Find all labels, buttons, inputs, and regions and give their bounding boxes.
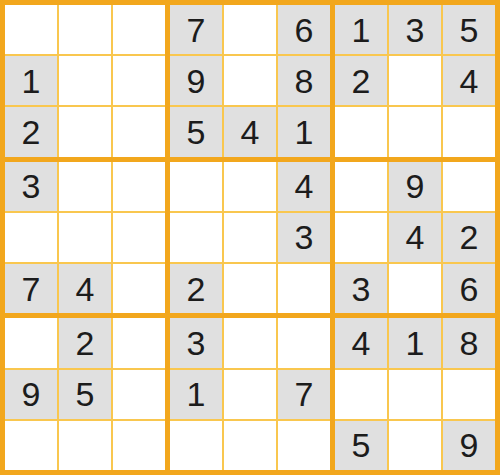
cell-r8c3[interactable] xyxy=(113,370,165,419)
cell-r4c2[interactable] xyxy=(59,162,111,211)
cell-r9c9: 9 xyxy=(443,421,495,470)
cell-r4c6: 4 xyxy=(278,162,330,211)
cell-r2c6: 8 xyxy=(278,56,330,105)
cell-r7c1[interactable] xyxy=(5,318,57,367)
cell-r2c7: 2 xyxy=(335,56,387,105)
cell-r2c8[interactable] xyxy=(389,56,441,105)
cell-r7c7: 4 xyxy=(335,318,387,367)
cell-r1c5[interactable] xyxy=(224,5,276,54)
box-7: 295 xyxy=(5,318,165,470)
box-9: 41859 xyxy=(335,318,495,470)
cell-r9c1[interactable] xyxy=(5,421,57,470)
cell-r6c7: 3 xyxy=(335,264,387,313)
cell-r9c7: 5 xyxy=(335,421,387,470)
cell-r5c6: 3 xyxy=(278,213,330,262)
cell-r6c1: 7 xyxy=(5,264,57,313)
cell-r9c5[interactable] xyxy=(224,421,276,470)
box-5: 432 xyxy=(170,162,330,314)
cell-r9c3[interactable] xyxy=(113,421,165,470)
cell-r8c4: 1 xyxy=(170,370,222,419)
cell-r7c9: 8 xyxy=(443,318,495,367)
cell-r8c8[interactable] xyxy=(389,370,441,419)
cell-r7c8: 1 xyxy=(389,318,441,367)
cell-r3c1: 2 xyxy=(5,107,57,156)
cell-r7c4: 3 xyxy=(170,318,222,367)
cell-r8c7[interactable] xyxy=(335,370,387,419)
cell-r2c4: 9 xyxy=(170,56,222,105)
cell-r9c8[interactable] xyxy=(389,421,441,470)
box-1: 12 xyxy=(5,5,165,157)
cell-r2c3[interactable] xyxy=(113,56,165,105)
cell-r3c6: 1 xyxy=(278,107,330,156)
box-6: 94236 xyxy=(335,162,495,314)
cell-r4c9[interactable] xyxy=(443,162,495,211)
cell-r1c2[interactable] xyxy=(59,5,111,54)
cell-r4c5[interactable] xyxy=(224,162,276,211)
box-8: 317 xyxy=(170,318,330,470)
cell-r5c9: 2 xyxy=(443,213,495,262)
cell-r7c2: 2 xyxy=(59,318,111,367)
cell-r2c2[interactable] xyxy=(59,56,111,105)
box-2: 7698541 xyxy=(170,5,330,157)
cell-r5c2[interactable] xyxy=(59,213,111,262)
cell-r2c9: 4 xyxy=(443,56,495,105)
cell-r6c3[interactable] xyxy=(113,264,165,313)
cell-r3c2[interactable] xyxy=(59,107,111,156)
cell-r4c1: 3 xyxy=(5,162,57,211)
cell-r4c4[interactable] xyxy=(170,162,222,211)
cell-r6c2: 4 xyxy=(59,264,111,313)
cell-r3c8[interactable] xyxy=(389,107,441,156)
cell-r5c1[interactable] xyxy=(5,213,57,262)
box-4: 374 xyxy=(5,162,165,314)
cell-r1c1[interactable] xyxy=(5,5,57,54)
cell-r9c6[interactable] xyxy=(278,421,330,470)
cell-r1c3[interactable] xyxy=(113,5,165,54)
cell-r2c1: 1 xyxy=(5,56,57,105)
cell-r5c7[interactable] xyxy=(335,213,387,262)
cell-r1c9: 5 xyxy=(443,5,495,54)
cell-r4c7[interactable] xyxy=(335,162,387,211)
cell-r6c8[interactable] xyxy=(389,264,441,313)
cell-r7c3[interactable] xyxy=(113,318,165,367)
cell-r7c6[interactable] xyxy=(278,318,330,367)
cell-r4c3[interactable] xyxy=(113,162,165,211)
cell-r5c8: 4 xyxy=(389,213,441,262)
cell-r3c7[interactable] xyxy=(335,107,387,156)
cell-r5c4[interactable] xyxy=(170,213,222,262)
cell-r9c4[interactable] xyxy=(170,421,222,470)
cell-r1c6: 6 xyxy=(278,5,330,54)
cell-r8c2: 5 xyxy=(59,370,111,419)
cell-r1c4: 7 xyxy=(170,5,222,54)
cell-r1c7: 1 xyxy=(335,5,387,54)
cell-r3c9[interactable] xyxy=(443,107,495,156)
cell-r1c8: 3 xyxy=(389,5,441,54)
cell-r6c9: 6 xyxy=(443,264,495,313)
cell-r5c5[interactable] xyxy=(224,213,276,262)
cell-r2c5[interactable] xyxy=(224,56,276,105)
sudoku-board: 127698541135243744329423629531741859 xyxy=(0,0,500,475)
cell-r8c6: 7 xyxy=(278,370,330,419)
cell-r3c3[interactable] xyxy=(113,107,165,156)
cell-r9c2[interactable] xyxy=(59,421,111,470)
cell-r5c3[interactable] xyxy=(113,213,165,262)
cell-r3c4: 5 xyxy=(170,107,222,156)
cell-r3c5: 4 xyxy=(224,107,276,156)
cell-r7c5[interactable] xyxy=(224,318,276,367)
cell-r6c4: 2 xyxy=(170,264,222,313)
cell-r8c5[interactable] xyxy=(224,370,276,419)
cell-r4c8: 9 xyxy=(389,162,441,211)
box-3: 13524 xyxy=(335,5,495,157)
cell-r6c5[interactable] xyxy=(224,264,276,313)
cell-r6c6[interactable] xyxy=(278,264,330,313)
cell-r8c1: 9 xyxy=(5,370,57,419)
cell-r8c9[interactable] xyxy=(443,370,495,419)
